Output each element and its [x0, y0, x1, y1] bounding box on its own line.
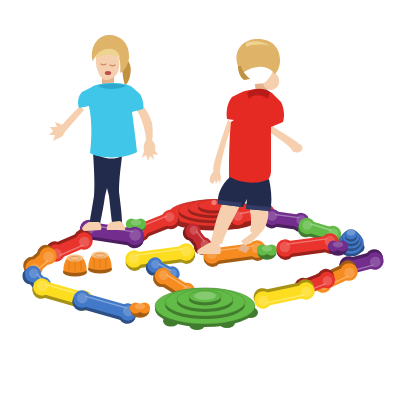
path-segment-yellow [252, 278, 316, 311]
boy-shirt [227, 89, 284, 183]
girl-shirt [78, 83, 143, 157]
stepping-cone-orange [88, 251, 112, 273]
girl-mouth [105, 71, 111, 75]
girl-right-hand [142, 140, 158, 161]
boy-face [263, 71, 279, 90]
balance-path-scene [0, 0, 400, 400]
path-segment-blue [70, 288, 138, 326]
girl-leggings [90, 152, 122, 224]
child-girl [49, 35, 158, 231]
balance-dome-green [155, 288, 258, 330]
boy-right-hand [292, 144, 303, 153]
girl-right-foot [107, 221, 125, 230]
girl-left-hand [49, 122, 65, 141]
stepping-cone-orange [63, 254, 87, 276]
product-photo [0, 0, 400, 400]
balance-path-pieces [19, 199, 386, 330]
boy-left-hand [210, 172, 221, 184]
